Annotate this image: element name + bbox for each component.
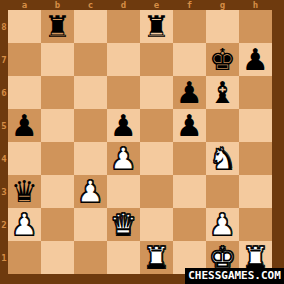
white-pawn-g2: ♟ (209, 210, 236, 240)
square-c7 (74, 43, 107, 76)
square-f3 (173, 175, 206, 208)
white-pawn-c3: ♟ (77, 177, 104, 207)
square-a6 (8, 76, 41, 109)
square-e2 (140, 208, 173, 241)
square-e5 (140, 109, 173, 142)
black-pawn-a5: ♟ (11, 111, 38, 141)
square-e7 (140, 43, 173, 76)
black-rook-b8: ♜ (44, 12, 71, 42)
square-a3: ♛ (8, 175, 41, 208)
square-e3 (140, 175, 173, 208)
square-b8: ♜ (41, 10, 74, 43)
white-pawn-d4: ♟ (110, 144, 137, 174)
rank-label-3: 3 (0, 175, 8, 208)
square-g3 (206, 175, 239, 208)
square-a2: ♟ (8, 208, 41, 241)
file-label-f: f (173, 0, 206, 10)
site-watermark: CHESSGAMES.COM (185, 268, 284, 284)
square-c3: ♟ (74, 175, 107, 208)
square-c2 (74, 208, 107, 241)
square-e4 (140, 142, 173, 175)
square-f7 (173, 43, 206, 76)
black-king-g7: ♚ (209, 45, 236, 75)
square-a5: ♟ (8, 109, 41, 142)
square-e6 (140, 76, 173, 109)
square-g7: ♚ (206, 43, 239, 76)
chess-board: ♜♜♚♟♟♝♟♟♟♟♞♛♟♟♛♟♜♚♜ (8, 10, 272, 274)
file-label-a: a (8, 0, 41, 10)
square-f5: ♟ (173, 109, 206, 142)
square-h5 (239, 109, 272, 142)
square-h8 (239, 10, 272, 43)
square-b5 (41, 109, 74, 142)
square-c4 (74, 142, 107, 175)
rank-labels: 87654321 (0, 10, 8, 274)
square-b4 (41, 142, 74, 175)
square-d4: ♟ (107, 142, 140, 175)
square-c5 (74, 109, 107, 142)
square-c8 (74, 10, 107, 43)
square-e1: ♜ (140, 241, 173, 274)
square-f4 (173, 142, 206, 175)
square-f8 (173, 10, 206, 43)
white-queen-d2: ♛ (110, 210, 137, 240)
rank-label-2: 2 (0, 208, 8, 241)
file-label-g: g (206, 0, 239, 10)
square-a4 (8, 142, 41, 175)
black-queen-a3: ♛ (11, 177, 38, 207)
square-h6 (239, 76, 272, 109)
square-a7 (8, 43, 41, 76)
chessgames-board-widget: abcdefgh 87654321 ♜♜♚♟♟♝♟♟♟♟♞♛♟♟♛♟♜♚♜ CH… (0, 0, 284, 284)
square-d5: ♟ (107, 109, 140, 142)
square-b7 (41, 43, 74, 76)
square-h3 (239, 175, 272, 208)
square-b1 (41, 241, 74, 274)
black-pawn-f6: ♟ (176, 78, 203, 108)
square-g4: ♞ (206, 142, 239, 175)
square-a1 (8, 241, 41, 274)
site-label: CHESSGAMES.COM (188, 268, 281, 284)
white-knight-g4: ♞ (209, 144, 236, 174)
square-d7 (107, 43, 140, 76)
square-g5 (206, 109, 239, 142)
square-d3 (107, 175, 140, 208)
black-rook-e8: ♜ (143, 12, 170, 42)
white-rook-e1: ♜ (143, 243, 170, 273)
rank-label-5: 5 (0, 109, 8, 142)
square-b2 (41, 208, 74, 241)
square-b3 (41, 175, 74, 208)
rank-label-8: 8 (0, 10, 8, 43)
square-f2 (173, 208, 206, 241)
square-g6: ♝ (206, 76, 239, 109)
black-pawn-f5: ♟ (176, 111, 203, 141)
square-d8 (107, 10, 140, 43)
white-pawn-a2: ♟ (11, 210, 38, 240)
black-bishop-g6: ♝ (209, 78, 236, 108)
square-h7: ♟ (239, 43, 272, 76)
square-c1 (74, 241, 107, 274)
rank-label-6: 6 (0, 76, 8, 109)
file-label-d: d (107, 0, 140, 10)
square-g8 (206, 10, 239, 43)
black-pawn-d5: ♟ (110, 111, 137, 141)
square-b6 (41, 76, 74, 109)
square-f6: ♟ (173, 76, 206, 109)
rank-label-4: 4 (0, 142, 8, 175)
square-a8 (8, 10, 41, 43)
square-h4 (239, 142, 272, 175)
square-e8: ♜ (140, 10, 173, 43)
square-c6 (74, 76, 107, 109)
file-label-c: c (74, 0, 107, 10)
square-d2: ♛ (107, 208, 140, 241)
rank-label-7: 7 (0, 43, 8, 76)
square-h2 (239, 208, 272, 241)
file-label-h: h (239, 0, 272, 10)
black-pawn-h7: ♟ (242, 45, 269, 75)
square-d6 (107, 76, 140, 109)
square-g2: ♟ (206, 208, 239, 241)
square-d1 (107, 241, 140, 274)
rank-label-1: 1 (0, 241, 8, 274)
